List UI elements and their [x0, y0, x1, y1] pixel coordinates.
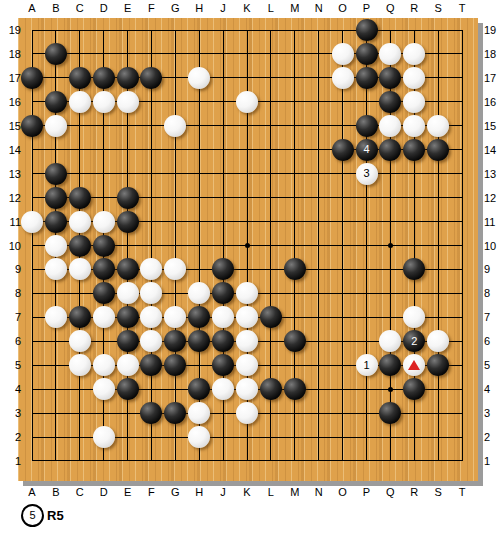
row-label-right: 16 [484, 95, 500, 109]
row-label-right: 15 [484, 119, 500, 133]
stone-P18[interactable] [356, 43, 378, 65]
column-label-bottom: Q [386, 485, 395, 499]
stone-C10[interactable] [69, 235, 91, 257]
stone-H17[interactable] [188, 67, 210, 89]
column-label-top: H [195, 1, 203, 15]
row-label-right: 11 [484, 215, 500, 229]
row-label-left: 15 [0, 119, 21, 133]
stone-O17[interactable] [332, 67, 354, 89]
move-number-label: 4 [356, 139, 378, 161]
column-label-bottom: S [434, 485, 441, 499]
stone-D7[interactable] [93, 306, 115, 328]
stone-C11[interactable] [69, 211, 91, 233]
stone-E17[interactable] [117, 67, 139, 89]
row-label-left: 4 [0, 382, 21, 396]
column-label-top: Q [386, 1, 395, 15]
triangle-marker-icon [408, 360, 420, 370]
go-diagram-page: AA1919BB1818CC1717DD1616EE1515FF1414GG13… [0, 0, 500, 537]
column-label-bottom: T [459, 485, 466, 499]
stone-L4[interactable] [260, 378, 282, 400]
stone-C17[interactable] [69, 67, 91, 89]
stone-E16[interactable] [117, 91, 139, 113]
column-label-bottom: O [338, 485, 347, 499]
stone-O14[interactable] [332, 139, 354, 161]
column-label-top: O [338, 1, 347, 15]
column-label-bottom: N [315, 485, 323, 499]
stone-A11[interactable] [21, 211, 43, 233]
column-label-top: E [124, 1, 131, 15]
stone-B10[interactable] [45, 235, 67, 257]
row-label-left: 12 [0, 191, 21, 205]
stone-E6[interactable] [117, 330, 139, 352]
stone-R18[interactable] [403, 43, 425, 65]
row-label-right: 1 [484, 454, 500, 468]
move-number-circle: 5 [21, 504, 44, 527]
column-label-top: L [268, 1, 274, 15]
row-label-right: 19 [484, 23, 500, 37]
stone-D11[interactable] [93, 211, 115, 233]
stone-E5[interactable] [117, 354, 139, 376]
column-label-bottom: J [220, 485, 226, 499]
row-label-right: 6 [484, 334, 500, 348]
row-label-left: 8 [0, 286, 21, 300]
row-label-right: 10 [484, 239, 500, 253]
star-point [388, 387, 393, 392]
stone-E11[interactable] [117, 211, 139, 233]
stone-R15[interactable] [403, 115, 425, 137]
column-label-top: S [434, 1, 441, 15]
column-label-bottom: B [52, 485, 59, 499]
grid-line [32, 460, 463, 461]
column-label-bottom: E [124, 485, 131, 499]
stone-C12[interactable] [69, 187, 91, 209]
row-label-right: 18 [484, 47, 500, 61]
column-label-bottom: A [28, 485, 35, 499]
move-coordinate-label: R5 [47, 504, 64, 527]
stone-B16[interactable] [45, 91, 67, 113]
stone-G15[interactable] [164, 115, 186, 137]
move-number-label: 1 [356, 354, 378, 376]
column-label-top: N [315, 1, 323, 15]
grid-line [438, 30, 439, 461]
column-label-bottom: P [363, 485, 370, 499]
row-label-left: 18 [0, 47, 21, 61]
stone-B11[interactable] [45, 211, 67, 233]
column-label-top: D [100, 1, 108, 15]
row-label-left: 1 [0, 454, 21, 468]
row-label-right: 12 [484, 191, 500, 205]
row-label-right: 13 [484, 167, 500, 181]
column-label-top: T [459, 1, 466, 15]
row-label-left: 7 [0, 310, 21, 324]
row-label-left: 13 [0, 167, 21, 181]
stone-E9[interactable] [117, 258, 139, 280]
column-label-bottom: K [243, 485, 250, 499]
stone-M6[interactable] [284, 330, 306, 352]
row-label-left: 9 [0, 262, 21, 276]
stone-P15[interactable] [356, 115, 378, 137]
grid-line [318, 30, 319, 461]
stone-O18[interactable] [332, 43, 354, 65]
grid-line [462, 30, 463, 461]
grid-line [32, 173, 463, 174]
stone-E4[interactable] [117, 378, 139, 400]
stone-R14[interactable] [403, 139, 425, 161]
move-number-label: 2 [403, 330, 425, 352]
column-label-top: M [290, 1, 299, 15]
stone-D9[interactable] [93, 258, 115, 280]
stone-D4[interactable] [93, 378, 115, 400]
stone-P19[interactable] [356, 19, 378, 41]
row-label-right: 5 [484, 358, 500, 372]
stone-R16[interactable] [403, 91, 425, 113]
star-point [388, 243, 393, 248]
row-label-right: 2 [484, 430, 500, 444]
row-label-left: 5 [0, 358, 21, 372]
column-label-top: F [148, 1, 155, 15]
row-label-right: 7 [484, 310, 500, 324]
row-label-left: 11 [0, 215, 21, 229]
column-label-bottom: C [76, 485, 84, 499]
column-label-top: A [28, 1, 35, 15]
row-label-left: 19 [0, 23, 21, 37]
row-label-left: 3 [0, 406, 21, 420]
stone-D2[interactable] [93, 426, 115, 448]
stone-B18[interactable] [45, 43, 67, 65]
stone-D16[interactable] [93, 91, 115, 113]
stone-D17[interactable] [93, 67, 115, 89]
stone-K4[interactable] [236, 378, 258, 400]
column-label-bottom: H [195, 485, 203, 499]
column-label-top: B [52, 1, 59, 15]
stone-E7[interactable] [117, 306, 139, 328]
column-label-top: K [243, 1, 250, 15]
row-label-right: 9 [484, 262, 500, 276]
stone-D5[interactable] [93, 354, 115, 376]
grid-line [32, 197, 463, 198]
row-label-left: 14 [0, 143, 21, 157]
stone-P17[interactable] [356, 67, 378, 89]
row-label-right: 4 [484, 382, 500, 396]
stone-B15[interactable] [45, 115, 67, 137]
column-label-bottom: R [410, 485, 418, 499]
column-label-bottom: F [148, 485, 155, 499]
row-label-right: 8 [484, 286, 500, 300]
column-label-top: G [171, 1, 180, 15]
stone-S14[interactable] [427, 139, 449, 161]
column-label-bottom: G [171, 485, 180, 499]
column-label-bottom: L [268, 485, 274, 499]
stone-D10[interactable] [93, 235, 115, 257]
column-label-bottom: M [290, 485, 299, 499]
stone-D8[interactable] [93, 282, 115, 304]
grid-line [342, 30, 343, 461]
row-label-right: 17 [484, 71, 500, 85]
stone-R17[interactable] [403, 67, 425, 89]
stone-S15[interactable] [427, 115, 449, 137]
grid-line [366, 30, 367, 461]
move-number-label: 3 [356, 163, 378, 185]
row-label-left: 16 [0, 95, 21, 109]
stone-B13[interactable] [45, 163, 67, 185]
grid-line [32, 30, 463, 31]
stone-A15[interactable] [21, 115, 43, 137]
stone-K16[interactable] [236, 91, 258, 113]
row-label-right: 14 [484, 143, 500, 157]
star-point [245, 243, 250, 248]
row-label-left: 6 [0, 334, 21, 348]
stone-E12[interactable] [117, 187, 139, 209]
stone-Q14[interactable] [379, 139, 401, 161]
stone-C16[interactable] [69, 91, 91, 113]
row-label-left: 2 [0, 430, 21, 444]
column-label-top: J [220, 1, 226, 15]
column-label-top: P [363, 1, 370, 15]
stone-K3[interactable] [236, 402, 258, 424]
stone-E8[interactable] [117, 282, 139, 304]
row-label-right: 3 [484, 406, 500, 420]
column-label-top: R [410, 1, 418, 15]
column-label-top: C [76, 1, 84, 15]
row-label-left: 10 [0, 239, 21, 253]
stone-A17[interactable] [21, 67, 43, 89]
stone-M4[interactable] [284, 378, 306, 400]
column-label-bottom: D [100, 485, 108, 499]
stone-C6[interactable] [69, 330, 91, 352]
row-label-left: 17 [0, 71, 21, 85]
stone-C5[interactable] [69, 354, 91, 376]
stone-B12[interactable] [45, 187, 67, 209]
stone-C7[interactable] [69, 306, 91, 328]
